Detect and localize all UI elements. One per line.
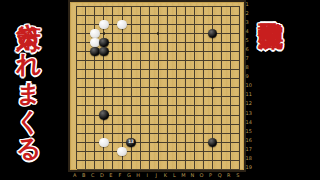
grid-line-horizontal <box>77 151 240 152</box>
go-stone-black <box>99 47 108 56</box>
coordinate-row-label: 3 <box>246 20 255 25</box>
go-board: 13 <box>68 0 246 172</box>
coordinate-column-label: E <box>106 173 115 178</box>
move-number-label: 13 <box>128 140 134 145</box>
coordinate-row-label: 1 <box>246 2 255 7</box>
coordinate-row-label: 5 <box>246 38 255 43</box>
coordinate-column-label: O <box>197 173 206 178</box>
coordinate-column-label: M <box>179 173 188 178</box>
go-stone-black <box>208 138 217 147</box>
coordinate-column-label: Q <box>215 173 224 178</box>
last-move-stone: 13 <box>126 138 135 147</box>
coordinate-column-label: H <box>134 173 143 178</box>
go-stone-black <box>208 29 217 38</box>
coordinate-column-label: D <box>97 173 106 178</box>
grid-line-vertical <box>167 6 168 169</box>
go-stone-white <box>117 147 126 156</box>
coordinate-column-label: P <box>206 173 215 178</box>
grid-line-vertical <box>239 6 240 169</box>
grid-line-vertical <box>203 6 204 169</box>
grid-line-horizontal <box>77 160 240 161</box>
coordinate-column-label: C <box>88 173 97 178</box>
grid-line-horizontal <box>77 133 240 134</box>
grid-line-horizontal <box>77 124 240 125</box>
coordinate-row-label: 14 <box>246 120 255 125</box>
coordinate-column-label: L <box>170 173 179 178</box>
coordinate-column-label: J <box>152 173 161 178</box>
coordinate-row-label: 13 <box>246 111 255 116</box>
grid-line-vertical <box>185 6 186 169</box>
coordinate-row-label: 12 <box>246 101 255 106</box>
star-point <box>211 87 213 89</box>
coordinate-row-label: 6 <box>246 47 255 52</box>
go-stone-black <box>90 47 99 56</box>
coordinate-row-label: 8 <box>246 65 255 70</box>
coordinate-column-label: R <box>224 173 233 178</box>
coordinate-row-label: 2 <box>246 11 255 16</box>
go-stone-black <box>99 38 108 47</box>
coordinate-row-label: 10 <box>246 83 255 88</box>
go-stone-white <box>99 138 108 147</box>
star-point <box>103 32 105 34</box>
grid-line-horizontal <box>77 105 240 106</box>
coordinate-row-label: 4 <box>246 29 255 34</box>
star-point <box>103 87 105 89</box>
coordinate-column-label: G <box>125 173 134 178</box>
coordinate-column-label: A <box>70 173 79 178</box>
grid-line-vertical <box>230 6 231 169</box>
grid-line-vertical <box>194 6 195 169</box>
coordinate-row-label: 19 <box>246 165 255 170</box>
grid-line-horizontal <box>77 169 240 170</box>
coordinate-column-label: K <box>161 173 170 178</box>
go-stone-black <box>99 110 108 119</box>
coordinate-row-label: 15 <box>246 129 255 134</box>
grid-line-vertical <box>221 6 222 169</box>
caption-left-vertical: 対策されまくる <box>16 6 41 180</box>
coordinate-row-label: 17 <box>246 147 255 152</box>
go-stone-white <box>90 38 99 47</box>
go-stone-white <box>99 20 108 29</box>
go-stone-white <box>90 29 99 38</box>
thumbnail-stage: 対策されまくる 13 仲邑菫女流棋聖 ABCDEFGHIJKLMNOPQRS12… <box>0 0 320 180</box>
coordinate-column-label: I <box>143 173 152 178</box>
coordinate-row-label: 7 <box>246 56 255 61</box>
caption-right-vertical: 仲邑菫女流棋聖 <box>258 3 283 179</box>
coordinate-column-label: B <box>79 173 88 178</box>
coordinate-row-label: 11 <box>246 92 255 97</box>
coordinate-column-label: F <box>116 173 125 178</box>
grid-line-vertical <box>176 6 177 169</box>
go-stone-white <box>117 20 126 29</box>
coordinate-row-label: 18 <box>246 156 255 161</box>
coordinate-column-label: N <box>188 173 197 178</box>
coordinate-row-label: 9 <box>246 74 255 79</box>
coordinate-row-label: 16 <box>246 138 255 143</box>
grid-line-horizontal <box>77 96 240 97</box>
coordinate-column-label: S <box>233 173 242 178</box>
